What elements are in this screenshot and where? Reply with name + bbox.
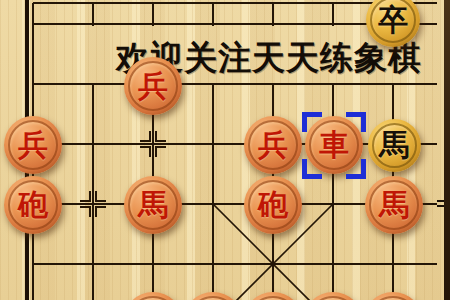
point-marker bbox=[80, 191, 106, 217]
piece-black-black-horse[interactable]: 馬 bbox=[368, 119, 421, 172]
piece-character: 砲 bbox=[18, 190, 48, 220]
piece-red-red-horse[interactable]: 馬 bbox=[365, 176, 423, 234]
piece-character: 兵 bbox=[258, 130, 288, 160]
piece-red-red-soldier[interactable]: 兵 bbox=[124, 57, 182, 115]
piece-red-red-horse[interactable]: 馬 bbox=[124, 176, 182, 234]
right-frame-edge bbox=[444, 0, 450, 300]
piece-character: 卒 bbox=[378, 5, 408, 35]
partial-point-marker-edge bbox=[437, 205, 444, 207]
point-marker bbox=[140, 131, 166, 157]
partial-point-marker-edge bbox=[437, 200, 444, 202]
piece-character: 馬 bbox=[379, 190, 409, 220]
piece-character: 馬 bbox=[379, 130, 409, 160]
piece-character: 馬 bbox=[138, 190, 168, 220]
piece-character: 兵 bbox=[18, 130, 48, 160]
piece-red-red-soldier[interactable]: 兵 bbox=[244, 116, 302, 174]
selection-brackets bbox=[302, 112, 366, 179]
piece-character: 砲 bbox=[258, 190, 288, 220]
piece-red-red-cannon[interactable]: 砲 bbox=[4, 176, 62, 234]
piece-red-red-cannon[interactable]: 砲 bbox=[244, 176, 302, 234]
xiangqi-board[interactable]: 欢迎关注天天练象棋 卒兵兵兵車馬砲馬砲馬 bbox=[0, 0, 450, 300]
piece-red-red-soldier[interactable]: 兵 bbox=[4, 116, 62, 174]
piece-character: 兵 bbox=[138, 71, 168, 101]
